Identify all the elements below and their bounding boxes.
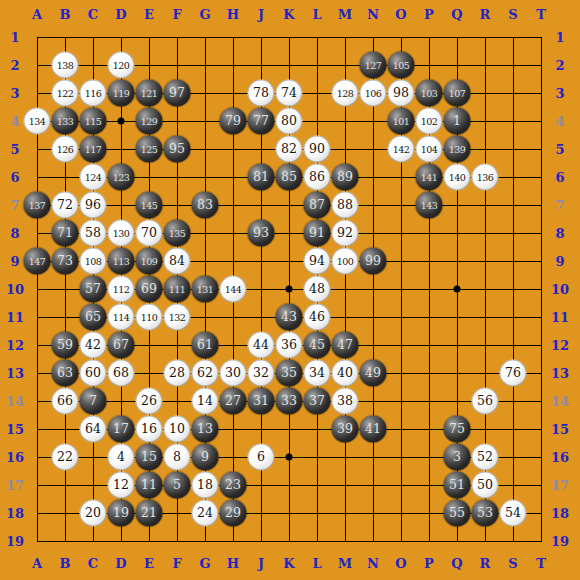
stone-P5[interactable]: 104 xyxy=(416,136,443,163)
stone-K13[interactable]: 35 xyxy=(276,360,303,387)
stone-move-number: 19 xyxy=(113,507,129,520)
coordinate-label-row-10: 10 xyxy=(551,282,569,297)
coordinate-label-col-A: A xyxy=(32,7,42,22)
stone-move-number: 68 xyxy=(113,367,129,380)
coordinate-label-col-F: F xyxy=(172,556,181,571)
coordinate-label-col-E: E xyxy=(144,556,154,571)
coordinate-label-row-7: 7 xyxy=(555,198,564,213)
stone-F17[interactable]: 5 xyxy=(164,472,191,499)
stone-move-number: 74 xyxy=(281,87,297,100)
coordinate-label-col-D: D xyxy=(115,556,126,571)
stone-move-number: 112 xyxy=(113,284,130,294)
stone-G18[interactable]: 24 xyxy=(192,500,219,527)
stone-D8[interactable]: 130 xyxy=(108,220,135,247)
coordinate-label-row-16: 16 xyxy=(6,450,24,465)
stone-K3[interactable]: 74 xyxy=(276,80,303,107)
stone-Q15[interactable]: 75 xyxy=(444,416,471,443)
stone-Q18[interactable]: 55 xyxy=(444,500,471,527)
stone-C14[interactable]: 7 xyxy=(80,388,107,415)
coordinate-label-row-7: 7 xyxy=(10,198,19,213)
stone-O5[interactable]: 142 xyxy=(388,136,415,163)
stone-move-number: 69 xyxy=(141,283,157,296)
stone-L12[interactable]: 45 xyxy=(304,332,331,359)
stone-G12[interactable]: 61 xyxy=(192,332,219,359)
stone-move-number: 117 xyxy=(85,144,102,154)
stone-move-number: 97 xyxy=(169,87,185,100)
stone-M8[interactable]: 92 xyxy=(332,220,359,247)
stone-move-number: 31 xyxy=(253,395,269,408)
stone-C6[interactable]: 124 xyxy=(80,164,107,191)
coordinate-label-col-P: P xyxy=(424,7,434,22)
stone-L14[interactable]: 37 xyxy=(304,388,331,415)
stone-J14[interactable]: 31 xyxy=(248,388,275,415)
stone-move-number: 72 xyxy=(57,199,73,212)
stone-move-number: 145 xyxy=(141,200,158,210)
stone-L10[interactable]: 48 xyxy=(304,276,331,303)
stone-E5[interactable]: 125 xyxy=(136,136,163,163)
stone-move-number: 104 xyxy=(421,144,438,154)
stone-move-number: 116 xyxy=(85,88,102,98)
stone-move-number: 32 xyxy=(253,367,269,380)
coordinate-label-row-15: 15 xyxy=(6,422,24,437)
stone-S13[interactable]: 76 xyxy=(500,360,527,387)
stone-move-number: 67 xyxy=(113,339,129,352)
stone-K11[interactable]: 43 xyxy=(276,304,303,331)
stone-H10[interactable]: 144 xyxy=(220,276,247,303)
stone-C18[interactable]: 20 xyxy=(80,500,107,527)
stone-Q4[interactable]: 1 xyxy=(444,108,471,135)
stone-move-number: 20 xyxy=(85,507,101,520)
stone-move-number: 89 xyxy=(337,171,353,184)
stone-E4[interactable]: 129 xyxy=(136,108,163,135)
stone-move-number: 51 xyxy=(449,479,465,492)
stone-P3[interactable]: 103 xyxy=(416,80,443,107)
grid-line xyxy=(541,37,542,542)
coordinate-label-row-11: 11 xyxy=(6,310,24,325)
stone-R6[interactable]: 136 xyxy=(472,164,499,191)
stone-move-number: 143 xyxy=(421,200,438,210)
stone-H17[interactable]: 23 xyxy=(220,472,247,499)
stone-move-number: 142 xyxy=(393,144,410,154)
stone-N15[interactable]: 41 xyxy=(360,416,387,443)
stone-J6[interactable]: 81 xyxy=(248,164,275,191)
stone-C13[interactable]: 60 xyxy=(80,360,107,387)
stone-N13[interactable]: 49 xyxy=(360,360,387,387)
stone-G7[interactable]: 83 xyxy=(192,192,219,219)
stone-F10[interactable]: 111 xyxy=(164,276,191,303)
stone-move-number: 56 xyxy=(477,395,493,408)
stone-F3[interactable]: 97 xyxy=(164,80,191,107)
stone-N2[interactable]: 127 xyxy=(360,52,387,79)
stone-move-number: 41 xyxy=(365,423,381,436)
stone-F5[interactable]: 95 xyxy=(164,136,191,163)
stone-move-number: 127 xyxy=(365,60,382,70)
coordinate-label-row-17: 17 xyxy=(6,478,24,493)
stone-D12[interactable]: 67 xyxy=(108,332,135,359)
stone-move-number: 78 xyxy=(253,87,269,100)
coordinate-label-row-17: 17 xyxy=(551,478,569,493)
stone-D3[interactable]: 119 xyxy=(108,80,135,107)
stone-F11[interactable]: 132 xyxy=(164,304,191,331)
stone-Q17[interactable]: 51 xyxy=(444,472,471,499)
coordinate-label-col-Q: Q xyxy=(451,7,462,22)
stone-E14[interactable]: 26 xyxy=(136,388,163,415)
stone-E7[interactable]: 145 xyxy=(136,192,163,219)
stone-move-number: 102 xyxy=(421,116,438,126)
star-point xyxy=(454,286,461,293)
stone-move-number: 10 xyxy=(169,423,185,436)
stone-F13[interactable]: 28 xyxy=(164,360,191,387)
stone-A7[interactable]: 137 xyxy=(24,192,51,219)
coordinate-label-row-2: 2 xyxy=(555,58,564,73)
coordinate-label-col-J: J xyxy=(258,556,264,571)
stone-move-number: 55 xyxy=(449,507,465,520)
stone-E17[interactable]: 11 xyxy=(136,472,163,499)
stone-P4[interactable]: 102 xyxy=(416,108,443,135)
stone-E9[interactable]: 109 xyxy=(136,248,163,275)
stone-move-number: 93 xyxy=(253,227,269,240)
stone-move-number: 134 xyxy=(29,116,46,126)
stone-B3[interactable]: 122 xyxy=(52,80,79,107)
stone-move-number: 100 xyxy=(337,256,354,266)
stone-E15[interactable]: 16 xyxy=(136,416,163,443)
stone-move-number: 98 xyxy=(393,87,409,100)
coordinate-label-col-D: D xyxy=(115,7,126,22)
stone-move-number: 29 xyxy=(225,507,241,520)
stone-move-number: 46 xyxy=(309,311,325,324)
stone-J8[interactable]: 93 xyxy=(248,220,275,247)
stone-K4[interactable]: 80 xyxy=(276,108,303,135)
stone-D13[interactable]: 68 xyxy=(108,360,135,387)
stone-A4[interactable]: 134 xyxy=(24,108,51,135)
stone-S18[interactable]: 54 xyxy=(500,500,527,527)
stone-move-number: 5 xyxy=(173,479,181,492)
stone-move-number: 18 xyxy=(197,479,213,492)
grid-line xyxy=(513,37,514,542)
stone-move-number: 120 xyxy=(113,60,130,70)
stone-M3[interactable]: 128 xyxy=(332,80,359,107)
coordinate-label-col-H: H xyxy=(227,7,239,22)
stone-D11[interactable]: 114 xyxy=(108,304,135,331)
stone-L6[interactable]: 86 xyxy=(304,164,331,191)
stone-move-number: 42 xyxy=(85,339,101,352)
stone-H14[interactable]: 27 xyxy=(220,388,247,415)
coordinate-label-row-6: 6 xyxy=(10,170,19,185)
stone-D16[interactable]: 4 xyxy=(108,444,135,471)
stone-move-number: 49 xyxy=(365,367,381,380)
coordinate-label-row-15: 15 xyxy=(551,422,569,437)
stone-G15[interactable]: 13 xyxy=(192,416,219,443)
stone-move-number: 132 xyxy=(169,312,186,322)
stone-B14[interactable]: 66 xyxy=(52,388,79,415)
stone-E11[interactable]: 110 xyxy=(136,304,163,331)
stone-F16[interactable]: 8 xyxy=(164,444,191,471)
stone-O2[interactable]: 105 xyxy=(388,52,415,79)
stone-move-number: 24 xyxy=(197,507,213,520)
stone-J12[interactable]: 44 xyxy=(248,332,275,359)
stone-move-number: 66 xyxy=(57,395,73,408)
stone-M15[interactable]: 39 xyxy=(332,416,359,443)
stone-D2[interactable]: 120 xyxy=(108,52,135,79)
stone-move-number: 140 xyxy=(449,172,466,182)
stone-N9[interactable]: 99 xyxy=(360,248,387,275)
stone-D17[interactable]: 12 xyxy=(108,472,135,499)
stone-move-number: 137 xyxy=(29,200,46,210)
grid-line xyxy=(345,37,346,542)
stone-move-number: 21 xyxy=(141,507,157,520)
stone-move-number: 124 xyxy=(85,172,102,182)
stone-move-number: 92 xyxy=(337,227,353,240)
coordinate-label-row-5: 5 xyxy=(10,142,19,157)
stone-move-number: 110 xyxy=(141,312,158,322)
coordinate-label-row-14: 14 xyxy=(6,394,24,409)
stone-M12[interactable]: 47 xyxy=(332,332,359,359)
coordinate-label-row-8: 8 xyxy=(10,226,19,241)
stone-L13[interactable]: 34 xyxy=(304,360,331,387)
stone-move-number: 12 xyxy=(113,479,129,492)
coordinate-label-row-10: 10 xyxy=(6,282,24,297)
coordinate-label-row-18: 18 xyxy=(551,506,569,521)
stone-D9[interactable]: 113 xyxy=(108,248,135,275)
coordinate-label-col-O: O xyxy=(395,556,406,571)
stone-G16[interactable]: 9 xyxy=(192,444,219,471)
stone-move-number: 8 xyxy=(173,451,181,464)
stone-move-number: 135 xyxy=(169,228,186,238)
stone-move-number: 99 xyxy=(365,255,381,268)
stone-M13[interactable]: 40 xyxy=(332,360,359,387)
stone-move-number: 82 xyxy=(281,143,297,156)
stone-move-number: 95 xyxy=(169,143,185,156)
stone-move-number: 77 xyxy=(253,115,269,128)
coordinate-label-row-1: 1 xyxy=(10,30,19,45)
stone-C8[interactable]: 58 xyxy=(80,220,107,247)
stone-R18[interactable]: 53 xyxy=(472,500,499,527)
stone-move-number: 83 xyxy=(197,199,213,212)
stone-C11[interactable]: 65 xyxy=(80,304,107,331)
coordinate-label-row-4: 4 xyxy=(10,114,19,129)
stone-J4[interactable]: 77 xyxy=(248,108,275,135)
stone-Q16[interactable]: 3 xyxy=(444,444,471,471)
coordinate-label-col-T: T xyxy=(536,7,546,22)
stone-E16[interactable]: 15 xyxy=(136,444,163,471)
stone-O3[interactable]: 98 xyxy=(388,80,415,107)
stone-move-number: 75 xyxy=(449,423,465,436)
stone-G13[interactable]: 62 xyxy=(192,360,219,387)
coordinate-label-row-3: 3 xyxy=(555,86,564,101)
stone-move-number: 4 xyxy=(117,451,125,464)
stone-move-number: 115 xyxy=(85,116,102,126)
stone-O4[interactable]: 101 xyxy=(388,108,415,135)
stone-move-number: 86 xyxy=(309,171,325,184)
stone-C3[interactable]: 116 xyxy=(80,80,107,107)
stone-L7[interactable]: 87 xyxy=(304,192,331,219)
stone-B8[interactable]: 71 xyxy=(52,220,79,247)
stone-Q5[interactable]: 139 xyxy=(444,136,471,163)
coordinate-label-row-1: 1 xyxy=(555,30,564,45)
stone-move-number: 109 xyxy=(141,256,158,266)
stone-move-number: 37 xyxy=(309,395,325,408)
stone-move-number: 114 xyxy=(113,312,130,322)
stone-J16[interactable]: 6 xyxy=(248,444,275,471)
stone-N3[interactable]: 106 xyxy=(360,80,387,107)
stone-K12[interactable]: 36 xyxy=(276,332,303,359)
stone-R17[interactable]: 50 xyxy=(472,472,499,499)
stone-Q6[interactable]: 140 xyxy=(444,164,471,191)
stone-M6[interactable]: 89 xyxy=(332,164,359,191)
stone-move-number: 39 xyxy=(337,423,353,436)
stone-move-number: 121 xyxy=(141,88,158,98)
stone-move-number: 38 xyxy=(337,395,353,408)
stone-J13[interactable]: 32 xyxy=(248,360,275,387)
stone-P6[interactable]: 141 xyxy=(416,164,443,191)
coordinate-label-col-P: P xyxy=(424,556,434,571)
stone-move-number: 57 xyxy=(85,283,101,296)
stone-K14[interactable]: 33 xyxy=(276,388,303,415)
coordinate-label-col-B: B xyxy=(60,7,71,22)
coordinate-label-row-19: 19 xyxy=(551,534,569,549)
stone-B13[interactable]: 63 xyxy=(52,360,79,387)
coordinate-label-row-11: 11 xyxy=(551,310,569,325)
stone-B16[interactable]: 22 xyxy=(52,444,79,471)
stone-move-number: 101 xyxy=(393,116,410,126)
coordinate-label-row-14: 14 xyxy=(551,394,569,409)
stone-move-number: 138 xyxy=(57,60,74,70)
stone-C15[interactable]: 64 xyxy=(80,416,107,443)
coordinate-label-col-R: R xyxy=(480,556,491,571)
stone-C10[interactable]: 57 xyxy=(80,276,107,303)
coordinate-label-col-O: O xyxy=(395,7,406,22)
stone-C5[interactable]: 117 xyxy=(80,136,107,163)
coordinate-label-col-G: G xyxy=(199,556,210,571)
stone-move-number: 45 xyxy=(309,339,325,352)
coordinate-label-row-4: 4 xyxy=(555,114,564,129)
coordinate-label-col-E: E xyxy=(144,7,154,22)
stone-move-number: 50 xyxy=(477,479,493,492)
coordinate-label-row-16: 16 xyxy=(551,450,569,465)
stone-move-number: 125 xyxy=(141,144,158,154)
stone-move-number: 15 xyxy=(141,451,157,464)
coordinate-label-col-T: T xyxy=(536,556,546,571)
stone-D15[interactable]: 17 xyxy=(108,416,135,443)
stone-D18[interactable]: 19 xyxy=(108,500,135,527)
stone-H13[interactable]: 30 xyxy=(220,360,247,387)
stone-D6[interactable]: 123 xyxy=(108,164,135,191)
stone-move-number: 122 xyxy=(57,88,74,98)
stone-J3[interactable]: 78 xyxy=(248,80,275,107)
stone-B5[interactable]: 126 xyxy=(52,136,79,163)
stone-move-number: 7 xyxy=(89,395,97,408)
coordinate-label-col-M: M xyxy=(338,7,352,22)
stone-F15[interactable]: 10 xyxy=(164,416,191,443)
stone-C12[interactable]: 42 xyxy=(80,332,107,359)
stone-L11[interactable]: 46 xyxy=(304,304,331,331)
stone-G14[interactable]: 14 xyxy=(192,388,219,415)
coordinate-label-col-C: C xyxy=(88,7,98,22)
coordinate-label-col-N: N xyxy=(367,7,379,22)
coordinate-label-row-8: 8 xyxy=(555,226,564,241)
coordinate-label-col-J: J xyxy=(258,7,264,22)
stone-move-number: 80 xyxy=(281,115,297,128)
stone-move-number: 107 xyxy=(449,88,466,98)
stone-move-number: 48 xyxy=(309,283,325,296)
stone-E10[interactable]: 69 xyxy=(136,276,163,303)
stone-E3[interactable]: 121 xyxy=(136,80,163,107)
stone-move-number: 136 xyxy=(477,172,494,182)
stone-move-number: 14 xyxy=(197,395,213,408)
stone-B7[interactable]: 72 xyxy=(52,192,79,219)
stone-R16[interactable]: 52 xyxy=(472,444,499,471)
stone-B4[interactable]: 133 xyxy=(52,108,79,135)
stone-F8[interactable]: 135 xyxy=(164,220,191,247)
stone-move-number: 60 xyxy=(85,367,101,380)
stone-move-number: 30 xyxy=(225,367,241,380)
stone-D10[interactable]: 112 xyxy=(108,276,135,303)
stone-G17[interactable]: 18 xyxy=(192,472,219,499)
stone-C7[interactable]: 96 xyxy=(80,192,107,219)
stone-move-number: 144 xyxy=(225,284,242,294)
stone-move-number: 128 xyxy=(337,88,354,98)
stone-E18[interactable]: 21 xyxy=(136,500,163,527)
stone-move-number: 53 xyxy=(477,507,493,520)
stone-L5[interactable]: 90 xyxy=(304,136,331,163)
stone-move-number: 52 xyxy=(477,451,493,464)
stone-L8[interactable]: 91 xyxy=(304,220,331,247)
coordinate-label-row-3: 3 xyxy=(10,86,19,101)
stone-B9[interactable]: 73 xyxy=(52,248,79,275)
stone-move-number: 113 xyxy=(113,256,130,266)
stone-move-number: 91 xyxy=(309,227,325,240)
stone-P7[interactable]: 143 xyxy=(416,192,443,219)
stone-M14[interactable]: 38 xyxy=(332,388,359,415)
stone-M7[interactable]: 88 xyxy=(332,192,359,219)
stone-H18[interactable]: 29 xyxy=(220,500,247,527)
stone-E8[interactable]: 70 xyxy=(136,220,163,247)
stone-L9[interactable]: 94 xyxy=(304,248,331,275)
stone-C9[interactable]: 108 xyxy=(80,248,107,275)
stone-F9[interactable]: 84 xyxy=(164,248,191,275)
stone-move-number: 16 xyxy=(141,423,157,436)
coordinate-label-col-N: N xyxy=(367,556,379,571)
stone-move-number: 9 xyxy=(201,451,209,464)
star-point xyxy=(286,286,293,293)
stone-C4[interactable]: 115 xyxy=(80,108,107,135)
stone-move-number: 103 xyxy=(421,88,438,98)
stone-Q3[interactable]: 107 xyxy=(444,80,471,107)
stone-move-number: 71 xyxy=(57,227,73,240)
stone-move-number: 73 xyxy=(57,255,73,268)
stone-B12[interactable]: 59 xyxy=(52,332,79,359)
stone-move-number: 76 xyxy=(505,367,521,380)
stone-move-number: 108 xyxy=(85,256,102,266)
stone-move-number: 17 xyxy=(113,423,129,436)
coordinate-label-col-K: K xyxy=(283,7,294,22)
stone-move-number: 90 xyxy=(309,143,325,156)
stone-A9[interactable]: 147 xyxy=(24,248,51,275)
stone-H4[interactable]: 79 xyxy=(220,108,247,135)
coordinate-label-row-18: 18 xyxy=(6,506,24,521)
stone-G10[interactable]: 131 xyxy=(192,276,219,303)
stone-K5[interactable]: 82 xyxy=(276,136,303,163)
go-board[interactable]: AABBCCDDEEFFGGHHJJKKLLMMNNOOPPQQRRSSTT11… xyxy=(0,0,580,580)
stone-K6[interactable]: 85 xyxy=(276,164,303,191)
coordinate-label-col-S: S xyxy=(508,556,517,571)
coordinate-label-row-12: 12 xyxy=(551,338,569,353)
stone-R14[interactable]: 56 xyxy=(472,388,499,415)
stone-B2[interactable]: 138 xyxy=(52,52,79,79)
stone-move-number: 88 xyxy=(337,199,353,212)
stone-M9[interactable]: 100 xyxy=(332,248,359,275)
star-point xyxy=(286,454,293,461)
